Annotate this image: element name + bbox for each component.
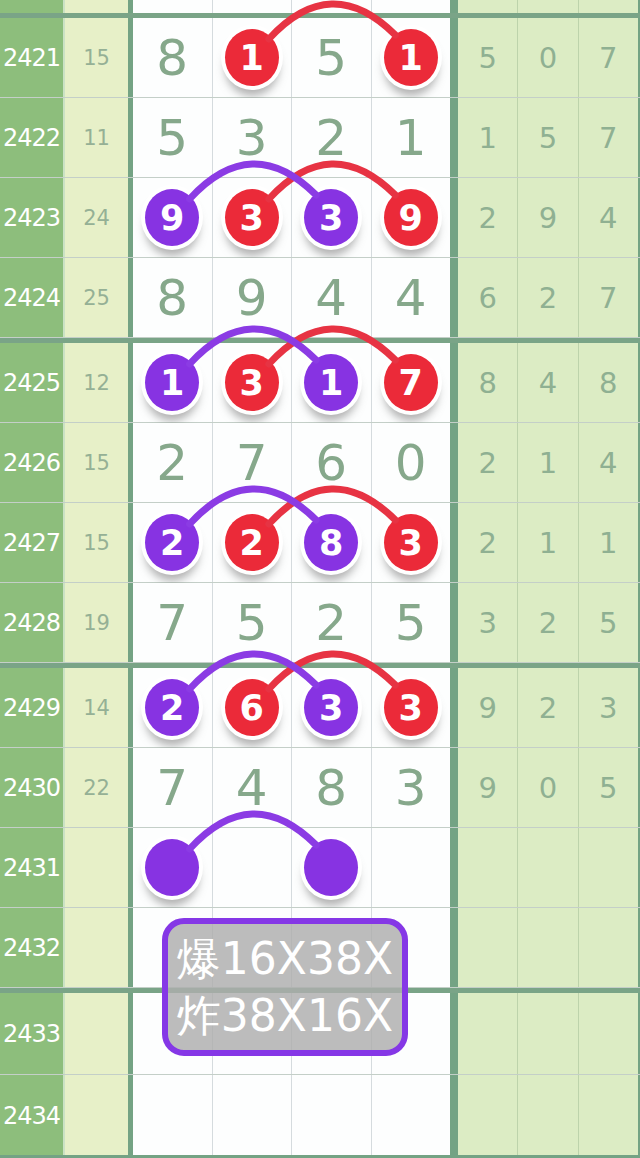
sum-label: 12	[83, 371, 110, 395]
stat-cell: 2	[518, 258, 578, 337]
stat-cell: 4	[518, 343, 578, 422]
digit-cell: 1	[372, 98, 451, 177]
stats-section: 507	[450, 18, 640, 97]
stat-cell	[458, 828, 518, 907]
red-circled-digit: 2	[225, 514, 279, 571]
stat-cell: 3	[579, 668, 640, 747]
digit: 6	[315, 434, 347, 492]
digit-cell: 3	[213, 178, 293, 257]
stat-cell	[518, 993, 578, 1074]
table-row-partial	[0, 0, 640, 13]
stats-section: 294	[450, 178, 640, 257]
period-cell: 2422	[0, 98, 65, 177]
sum-cell	[65, 908, 128, 987]
sum-cell: 15	[65, 18, 128, 97]
table-row-2421: 2421158151507	[0, 18, 640, 98]
stat-cell	[518, 828, 578, 907]
sum-label: 11	[83, 126, 110, 150]
period-label: 2434	[3, 1102, 60, 1130]
digit-cell	[133, 828, 213, 907]
period-cell: 2423	[0, 178, 65, 257]
stats-section: 214	[450, 423, 640, 502]
period-label: 2424	[3, 284, 60, 312]
stat-cell: 1	[458, 98, 518, 177]
stat-cell: 5	[579, 583, 640, 662]
period-cell: 2425	[0, 343, 65, 422]
period-label: 2425	[3, 369, 60, 397]
table-row-2431: 2431	[0, 828, 640, 908]
period-cell: 2426	[0, 423, 65, 502]
stat-cell: 5	[518, 98, 578, 177]
digit-cell: 3	[213, 98, 293, 177]
period-cell: 2430	[0, 748, 65, 827]
digit-cell: 4	[372, 258, 451, 337]
digits-section: 8151	[128, 18, 450, 97]
purple-circled-digit: 9	[145, 189, 199, 246]
digits-section: 7483	[128, 748, 450, 827]
stats-section	[450, 993, 640, 1074]
watermark-box: 爆16X38X 炸38X16X	[162, 918, 408, 1056]
period-cell: 2431	[0, 828, 65, 907]
digit-cell: 4	[213, 748, 293, 827]
digit-cell: 0	[372, 423, 451, 502]
digit: 5	[315, 29, 347, 87]
sum-cell: 25	[65, 258, 128, 337]
stat-digit: 2	[478, 526, 496, 560]
digit: 4	[395, 269, 427, 327]
digits-section: 2760	[128, 423, 450, 502]
stat-digit: 9	[539, 201, 557, 235]
stat-digit: 2	[478, 446, 496, 480]
sum-cell	[65, 993, 128, 1074]
stat-cell: 8	[579, 343, 640, 422]
period-label: 2432	[3, 934, 60, 962]
red-circled-digit: 9	[384, 189, 438, 246]
stat-digit: 8	[599, 366, 617, 400]
red-circled-digit: 3	[225, 189, 279, 246]
stat-cell	[458, 1075, 518, 1156]
digit-cell: 1	[213, 18, 293, 97]
period-cell: 2434	[0, 1075, 65, 1156]
digit-cell	[372, 828, 451, 907]
digit-cell: 7	[372, 343, 451, 422]
stat-digit: 9	[478, 691, 496, 725]
stat-cell	[579, 993, 640, 1074]
red-circled-digit: 1	[225, 29, 279, 86]
sum-label: 22	[83, 776, 110, 800]
period-label: 2433	[3, 1020, 60, 1048]
digit-cell	[133, 0, 213, 13]
stat-cell: 2	[458, 423, 518, 502]
period-cell: 2433	[0, 993, 65, 1074]
digit-cell: 3	[292, 668, 372, 747]
digit: 5	[236, 594, 268, 652]
stat-digit: 9	[478, 771, 496, 805]
digit-cell: 4	[292, 258, 372, 337]
stat-cell: 3	[458, 583, 518, 662]
stat-cell: 2	[518, 583, 578, 662]
digits-section: 8944	[128, 258, 450, 337]
digit-cell	[292, 1075, 372, 1156]
digit: 7	[236, 434, 268, 492]
digit: 8	[315, 759, 347, 817]
purple-dot	[304, 839, 358, 896]
sum-cell: 22	[65, 748, 128, 827]
digits-section: 2283	[128, 503, 450, 582]
stat-cell	[518, 908, 578, 987]
sum-label: 15	[83, 46, 110, 70]
digits-section: 7525	[128, 583, 450, 662]
stats-section: 848	[450, 343, 640, 422]
digit: 1	[395, 109, 427, 167]
stats-section: 905	[450, 748, 640, 827]
stats-section	[450, 828, 640, 907]
digit-cell: 5	[133, 98, 213, 177]
digit-cell: 6	[292, 423, 372, 502]
digit-cell: 5	[292, 18, 372, 97]
table-row-2423: 2423249339294	[0, 178, 640, 258]
stat-cell: 1	[518, 503, 578, 582]
stat-cell	[579, 1075, 640, 1156]
table-row-2428: 2428197525325	[0, 583, 640, 663]
period-label: 2422	[3, 124, 60, 152]
stat-cell: 2	[458, 503, 518, 582]
digits-section: 2633	[128, 668, 450, 747]
digit-cell: 1	[372, 18, 451, 97]
period-label: 2430	[3, 774, 60, 802]
digit-cell	[213, 1075, 293, 1156]
purple-circled-digit: 1	[145, 354, 199, 411]
stat-digit: 5	[599, 606, 617, 640]
red-circled-digit: 3	[384, 514, 438, 571]
purple-circled-digit: 2	[145, 679, 199, 736]
red-circled-digit: 7	[384, 354, 438, 411]
table-row-2429: 2429142633923	[0, 668, 640, 748]
digit-cell	[213, 828, 293, 907]
digit-cell: 3	[372, 503, 451, 582]
digit-cell: 7	[133, 583, 213, 662]
stat-cell: 4	[579, 423, 640, 502]
stat-cell: 9	[518, 178, 578, 257]
digit: 5	[156, 109, 188, 167]
period-cell: 2427	[0, 503, 65, 582]
digit-cell	[213, 0, 293, 13]
sum-cell	[65, 0, 128, 13]
stat-cell	[518, 1075, 578, 1156]
digit-cell: 8	[133, 258, 213, 337]
stat-digit: 4	[599, 201, 617, 235]
digit-cell: 7	[213, 423, 293, 502]
digit-cell: 8	[292, 748, 372, 827]
digit-cell: 2	[292, 98, 372, 177]
stat-cell	[518, 0, 578, 13]
stat-digit: 1	[539, 446, 557, 480]
period-label: 2426	[3, 449, 60, 477]
digit-cell: 3	[213, 343, 293, 422]
stat-digit: 0	[539, 41, 557, 75]
digit: 2	[315, 594, 347, 652]
digits-section: 5321	[128, 98, 450, 177]
digit-cell: 5	[372, 583, 451, 662]
sum-cell: 15	[65, 423, 128, 502]
stat-cell: 1	[518, 423, 578, 502]
sum-cell	[65, 1075, 128, 1156]
red-circled-digit: 3	[384, 679, 438, 736]
period-cell: 2429	[0, 668, 65, 747]
digit: 9	[236, 269, 268, 327]
digit: 4	[315, 269, 347, 327]
stat-digit: 6	[478, 281, 496, 315]
red-circled-digit: 6	[225, 679, 279, 736]
stat-digit: 3	[599, 691, 617, 725]
stats-section	[450, 0, 640, 13]
digit-cell: 8	[292, 503, 372, 582]
digit-cell: 9	[372, 178, 451, 257]
digit-cell	[372, 1075, 451, 1156]
table-row-2422: 2422115321157	[0, 98, 640, 178]
stat-digit: 3	[478, 606, 496, 640]
digit: 8	[156, 269, 188, 327]
stat-digit: 1	[599, 526, 617, 560]
digit-cell: 5	[213, 583, 293, 662]
digit-cell: 2	[133, 668, 213, 747]
digit-cell	[372, 0, 451, 13]
sum-cell: 24	[65, 178, 128, 257]
digit-cell: 3	[292, 178, 372, 257]
sum-label: 25	[83, 286, 110, 310]
stat-cell: 1	[579, 503, 640, 582]
sum-label: 15	[83, 531, 110, 555]
period-label: 2421	[3, 44, 60, 72]
stat-digit: 1	[539, 526, 557, 560]
digit-cell: 1	[292, 343, 372, 422]
period-cell: 2432	[0, 908, 65, 987]
table-row-2430: 2430227483905	[0, 748, 640, 828]
digit-cell: 3	[372, 668, 451, 747]
stat-cell: 7	[579, 258, 640, 337]
watermark-line1: 爆16X38X	[177, 930, 393, 987]
stat-cell: 2	[518, 668, 578, 747]
digits-section	[128, 828, 450, 907]
stats-section: 211	[450, 503, 640, 582]
stat-cell	[579, 0, 640, 13]
sum-cell	[65, 828, 128, 907]
digits-section	[128, 0, 450, 13]
digits-section: 9339	[128, 178, 450, 257]
digit: 3	[395, 759, 427, 817]
stat-digit: 2	[478, 201, 496, 235]
sum-cell: 15	[65, 503, 128, 582]
digit-cell: 2	[292, 583, 372, 662]
digit: 2	[315, 109, 347, 167]
stat-digit: 2	[539, 691, 557, 725]
digits-section	[128, 1075, 450, 1156]
digit: 3	[236, 109, 268, 167]
stat-cell: 0	[518, 748, 578, 827]
digit: 4	[236, 759, 268, 817]
sum-label: 24	[83, 206, 110, 230]
digit-cell: 1	[133, 343, 213, 422]
stat-cell: 0	[518, 18, 578, 97]
stat-cell: 2	[458, 178, 518, 257]
watermark-line2: 炸38X16X	[177, 987, 393, 1044]
stat-digit: 4	[539, 366, 557, 400]
digit: 2	[156, 434, 188, 492]
digit-cell: 7	[133, 748, 213, 827]
stat-digit: 5	[599, 771, 617, 805]
stat-cell: 8	[458, 343, 518, 422]
digit-cell: 9	[133, 178, 213, 257]
sum-cell: 14	[65, 668, 128, 747]
lottery-trend-board: 2421158151507242211532115724232493392942…	[0, 0, 640, 1158]
stat-digit: 5	[539, 121, 557, 155]
stat-cell: 7	[579, 98, 640, 177]
purple-circled-digit: 3	[304, 679, 358, 736]
stats-section	[450, 1075, 640, 1156]
purple-circled-digit: 1	[304, 354, 358, 411]
stat-cell	[579, 828, 640, 907]
stat-cell	[458, 993, 518, 1074]
stat-cell: 4	[579, 178, 640, 257]
sum-cell: 19	[65, 583, 128, 662]
stat-digit: 5	[478, 41, 496, 75]
stat-digit: 8	[478, 366, 496, 400]
stat-cell: 6	[458, 258, 518, 337]
period-cell: 2421	[0, 18, 65, 97]
stats-section: 157	[450, 98, 640, 177]
stat-digit: 0	[539, 771, 557, 805]
red-circled-digit: 3	[225, 354, 279, 411]
stats-section	[450, 908, 640, 987]
period-label: 2427	[3, 529, 60, 557]
stat-cell: 9	[458, 668, 518, 747]
stat-cell: 9	[458, 748, 518, 827]
red-circled-digit: 1	[384, 29, 438, 86]
period-cell	[0, 0, 65, 13]
digit-cell: 2	[213, 503, 293, 582]
digit-cell: 2	[133, 423, 213, 502]
purple-circled-digit: 2	[145, 514, 199, 571]
table-row-2424: 2424258944627	[0, 258, 640, 338]
stat-cell: 7	[579, 18, 640, 97]
period-cell: 2428	[0, 583, 65, 662]
stat-digit: 2	[539, 606, 557, 640]
digit-cell: 9	[213, 258, 293, 337]
purple-circled-digit: 3	[304, 189, 358, 246]
stat-cell: 5	[579, 748, 640, 827]
table-row-2426: 2426152760214	[0, 423, 640, 503]
digit: 7	[156, 759, 188, 817]
digit-cell	[292, 0, 372, 13]
digit-cell: 3	[372, 748, 451, 827]
stats-section: 325	[450, 583, 640, 662]
table-row-2427: 2427152283211	[0, 503, 640, 583]
stat-cell	[579, 908, 640, 987]
sum-cell: 11	[65, 98, 128, 177]
digit-cell	[292, 828, 372, 907]
stat-digit: 4	[599, 446, 617, 480]
digit-cell: 6	[213, 668, 293, 747]
digit: 0	[395, 434, 427, 492]
digit-cell: 2	[133, 503, 213, 582]
digit-cell	[133, 1075, 213, 1156]
digit: 5	[395, 594, 427, 652]
period-label: 2429	[3, 694, 60, 722]
stats-section: 627	[450, 258, 640, 337]
purple-circled-digit: 8	[304, 514, 358, 571]
stat-digit: 1	[478, 121, 496, 155]
digit: 7	[156, 594, 188, 652]
stat-cell	[458, 0, 518, 13]
digit: 8	[156, 29, 188, 87]
table-row-2434: 2434	[0, 1075, 640, 1157]
digits-section: 1317	[128, 343, 450, 422]
sum-cell: 12	[65, 343, 128, 422]
stat-digit: 2	[539, 281, 557, 315]
sum-label: 14	[83, 696, 110, 720]
table-row-2425: 2425121317848	[0, 343, 640, 423]
period-label: 2431	[3, 854, 60, 882]
stat-cell	[458, 908, 518, 987]
period-label: 2428	[3, 609, 60, 637]
sum-label: 15	[83, 451, 110, 475]
digit-cell: 8	[133, 18, 213, 97]
stat-cell: 5	[458, 18, 518, 97]
stat-digit: 7	[599, 281, 617, 315]
purple-dot	[145, 839, 199, 896]
stat-digit: 7	[599, 41, 617, 75]
stat-digit: 7	[599, 121, 617, 155]
period-label: 2423	[3, 204, 60, 232]
sum-label: 19	[83, 611, 110, 635]
stats-section: 923	[450, 668, 640, 747]
period-cell: 2424	[0, 258, 65, 337]
